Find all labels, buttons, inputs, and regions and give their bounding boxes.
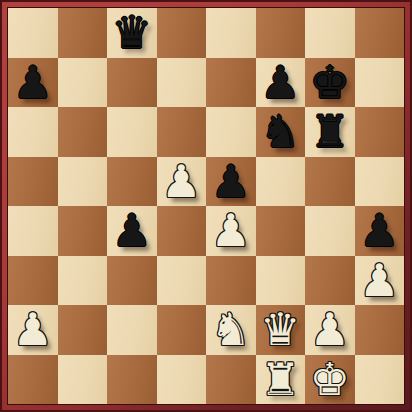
square-f3[interactable] [256, 256, 306, 306]
white-queen-f2[interactable]: ♛ [256, 305, 306, 355]
square-b4[interactable] [58, 206, 108, 256]
white-king-g1[interactable]: ♚ [305, 355, 355, 405]
white-pawn-g2[interactable]: ♟ [305, 305, 355, 355]
white-knight-e2[interactable]: ♞ [206, 305, 256, 355]
square-h6[interactable] [355, 107, 405, 157]
square-c3[interactable] [107, 256, 157, 306]
square-e8[interactable] [206, 8, 256, 58]
square-f4[interactable] [256, 206, 306, 256]
square-a4[interactable] [8, 206, 58, 256]
square-d8[interactable] [157, 8, 207, 58]
square-h3[interactable]: ♟ [355, 256, 405, 306]
square-c5[interactable] [107, 157, 157, 207]
square-b8[interactable] [58, 8, 108, 58]
chess-board[interactable]: ♛♟♟♚♞♜♟♟♟♟♟♟♟♞♛♟♜♚ [8, 8, 404, 404]
square-e5[interactable]: ♟ [206, 157, 256, 207]
square-b2[interactable] [58, 305, 108, 355]
square-a5[interactable] [8, 157, 58, 207]
square-a2[interactable]: ♟ [8, 305, 58, 355]
square-c1[interactable] [107, 355, 157, 405]
square-b1[interactable] [58, 355, 108, 405]
square-d2[interactable] [157, 305, 207, 355]
white-rook-f1[interactable]: ♜ [256, 355, 306, 405]
square-e6[interactable] [206, 107, 256, 157]
square-f5[interactable] [256, 157, 306, 207]
square-g2[interactable]: ♟ [305, 305, 355, 355]
square-h8[interactable] [355, 8, 405, 58]
square-a7[interactable]: ♟ [8, 58, 58, 108]
square-g1[interactable]: ♚ [305, 355, 355, 405]
square-g5[interactable] [305, 157, 355, 207]
square-g4[interactable] [305, 206, 355, 256]
square-c2[interactable] [107, 305, 157, 355]
black-king-g7[interactable]: ♚ [305, 58, 355, 108]
square-g6[interactable]: ♜ [305, 107, 355, 157]
square-d4[interactable] [157, 206, 207, 256]
square-e1[interactable] [206, 355, 256, 405]
square-h1[interactable] [355, 355, 405, 405]
square-a3[interactable] [8, 256, 58, 306]
square-d6[interactable] [157, 107, 207, 157]
white-pawn-a2[interactable]: ♟ [8, 305, 58, 355]
square-e7[interactable] [206, 58, 256, 108]
black-knight-f6[interactable]: ♞ [256, 107, 306, 157]
square-h5[interactable] [355, 157, 405, 207]
black-pawn-a7[interactable]: ♟ [8, 58, 58, 108]
black-pawn-h4[interactable]: ♟ [355, 206, 405, 256]
square-f8[interactable] [256, 8, 306, 58]
square-d5[interactable]: ♟ [157, 157, 207, 207]
square-a8[interactable] [8, 8, 58, 58]
chess-app-window: ♛♟♟♚♞♜♟♟♟♟♟♟♟♞♛♟♜♚ [0, 0, 412, 412]
square-g7[interactable]: ♚ [305, 58, 355, 108]
square-c6[interactable] [107, 107, 157, 157]
square-c7[interactable] [107, 58, 157, 108]
square-e4[interactable]: ♟ [206, 206, 256, 256]
square-f6[interactable]: ♞ [256, 107, 306, 157]
square-b6[interactable] [58, 107, 108, 157]
square-g8[interactable] [305, 8, 355, 58]
square-d7[interactable] [157, 58, 207, 108]
white-pawn-e4[interactable]: ♟ [206, 206, 256, 256]
square-g3[interactable] [305, 256, 355, 306]
square-h2[interactable] [355, 305, 405, 355]
white-pawn-d5[interactable]: ♟ [157, 157, 207, 207]
square-a1[interactable] [8, 355, 58, 405]
black-queen-c8[interactable]: ♛ [107, 8, 157, 58]
square-e2[interactable]: ♞ [206, 305, 256, 355]
black-pawn-c4[interactable]: ♟ [107, 206, 157, 256]
square-f7[interactable]: ♟ [256, 58, 306, 108]
square-b3[interactable] [58, 256, 108, 306]
square-b7[interactable] [58, 58, 108, 108]
square-e3[interactable] [206, 256, 256, 306]
square-a6[interactable] [8, 107, 58, 157]
square-c4[interactable]: ♟ [107, 206, 157, 256]
square-d1[interactable] [157, 355, 207, 405]
square-c8[interactable]: ♛ [107, 8, 157, 58]
square-h4[interactable]: ♟ [355, 206, 405, 256]
square-f2[interactable]: ♛ [256, 305, 306, 355]
square-b5[interactable] [58, 157, 108, 207]
square-h7[interactable] [355, 58, 405, 108]
white-pawn-h3[interactable]: ♟ [355, 256, 405, 306]
square-f1[interactable]: ♜ [256, 355, 306, 405]
black-rook-g6[interactable]: ♜ [305, 107, 355, 157]
black-pawn-f7[interactable]: ♟ [256, 58, 306, 108]
square-d3[interactable] [157, 256, 207, 306]
black-pawn-e5[interactable]: ♟ [206, 157, 256, 207]
